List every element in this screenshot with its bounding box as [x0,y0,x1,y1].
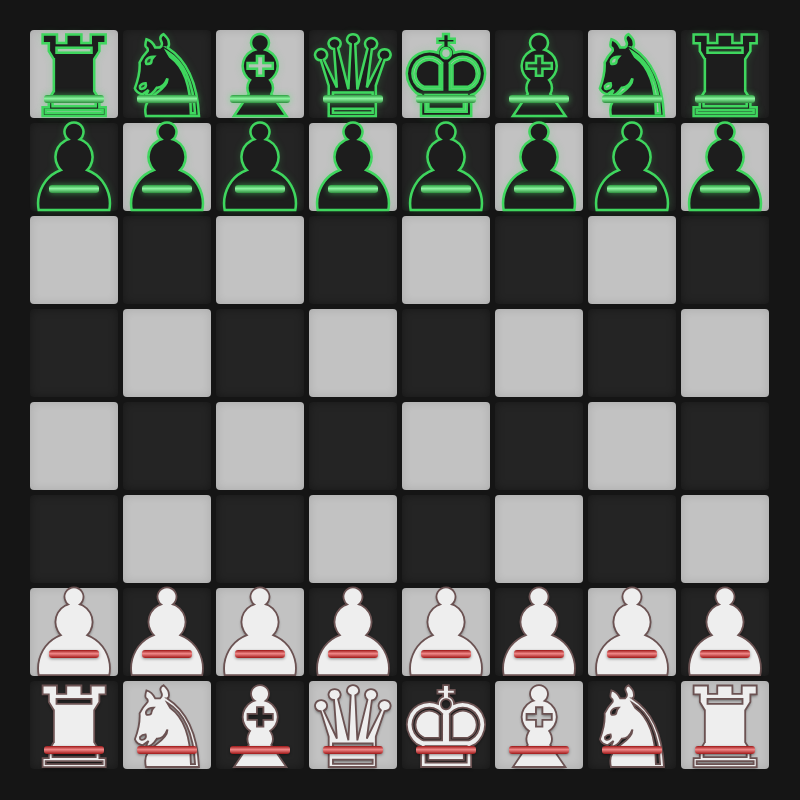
square-f5[interactable] [495,309,583,397]
black-pawn-piece[interactable]: ♟ [299,109,407,229]
square-h4[interactable] [681,402,769,490]
white-queen-piece[interactable]: ♛ [303,672,403,784]
white-knight-piece[interactable]: ♞ [117,672,217,784]
black-pawn-piece[interactable]: ♟ [20,109,128,229]
white-knight-piece[interactable]: ♞ [582,672,682,784]
square-b1[interactable]: ♞ [123,681,211,769]
square-h7[interactable]: ♟ [681,123,769,211]
square-d4[interactable] [309,402,397,490]
chess-app-background: ♜♞♝♛♚♝♞♜♟♟♟♟♟♟♟♟♟♟♟♟♟♟♟♟♜♞♝♛♚♝♞♜ [0,0,800,800]
white-bishop-piece[interactable]: ♝ [210,672,310,784]
square-a5[interactable] [30,309,118,397]
black-pawn-piece[interactable]: ♟ [392,109,500,229]
black-pawn-piece[interactable]: ♟ [113,109,221,229]
square-g4[interactable] [588,402,676,490]
square-c5[interactable] [216,309,304,397]
square-c7[interactable]: ♟ [216,123,304,211]
white-bishop-piece[interactable]: ♝ [489,672,589,784]
square-b5[interactable] [123,309,211,397]
black-pawn-piece[interactable]: ♟ [206,109,314,229]
square-e4[interactable] [402,402,490,490]
square-b7[interactable]: ♟ [123,123,211,211]
square-g7[interactable]: ♟ [588,123,676,211]
square-g5[interactable] [588,309,676,397]
square-e1[interactable]: ♚ [402,681,490,769]
square-d5[interactable] [309,309,397,397]
white-king-piece[interactable]: ♚ [396,672,496,784]
square-b4[interactable] [123,402,211,490]
white-rook-piece[interactable]: ♜ [24,672,124,784]
square-a1[interactable]: ♜ [30,681,118,769]
square-f7[interactable]: ♟ [495,123,583,211]
square-c4[interactable] [216,402,304,490]
chess-board: ♜♞♝♛♚♝♞♜♟♟♟♟♟♟♟♟♟♟♟♟♟♟♟♟♜♞♝♛♚♝♞♜ [30,30,769,769]
square-g1[interactable]: ♞ [588,681,676,769]
square-h1[interactable]: ♜ [681,681,769,769]
square-d7[interactable]: ♟ [309,123,397,211]
square-e5[interactable] [402,309,490,397]
square-f4[interactable] [495,402,583,490]
square-e7[interactable]: ♟ [402,123,490,211]
square-a7[interactable]: ♟ [30,123,118,211]
black-pawn-piece[interactable]: ♟ [671,109,779,229]
square-c1[interactable]: ♝ [216,681,304,769]
square-h5[interactable] [681,309,769,397]
white-rook-piece[interactable]: ♜ [675,672,775,784]
square-a4[interactable] [30,402,118,490]
black-pawn-piece[interactable]: ♟ [485,109,593,229]
black-pawn-piece[interactable]: ♟ [578,109,686,229]
square-d1[interactable]: ♛ [309,681,397,769]
square-f1[interactable]: ♝ [495,681,583,769]
